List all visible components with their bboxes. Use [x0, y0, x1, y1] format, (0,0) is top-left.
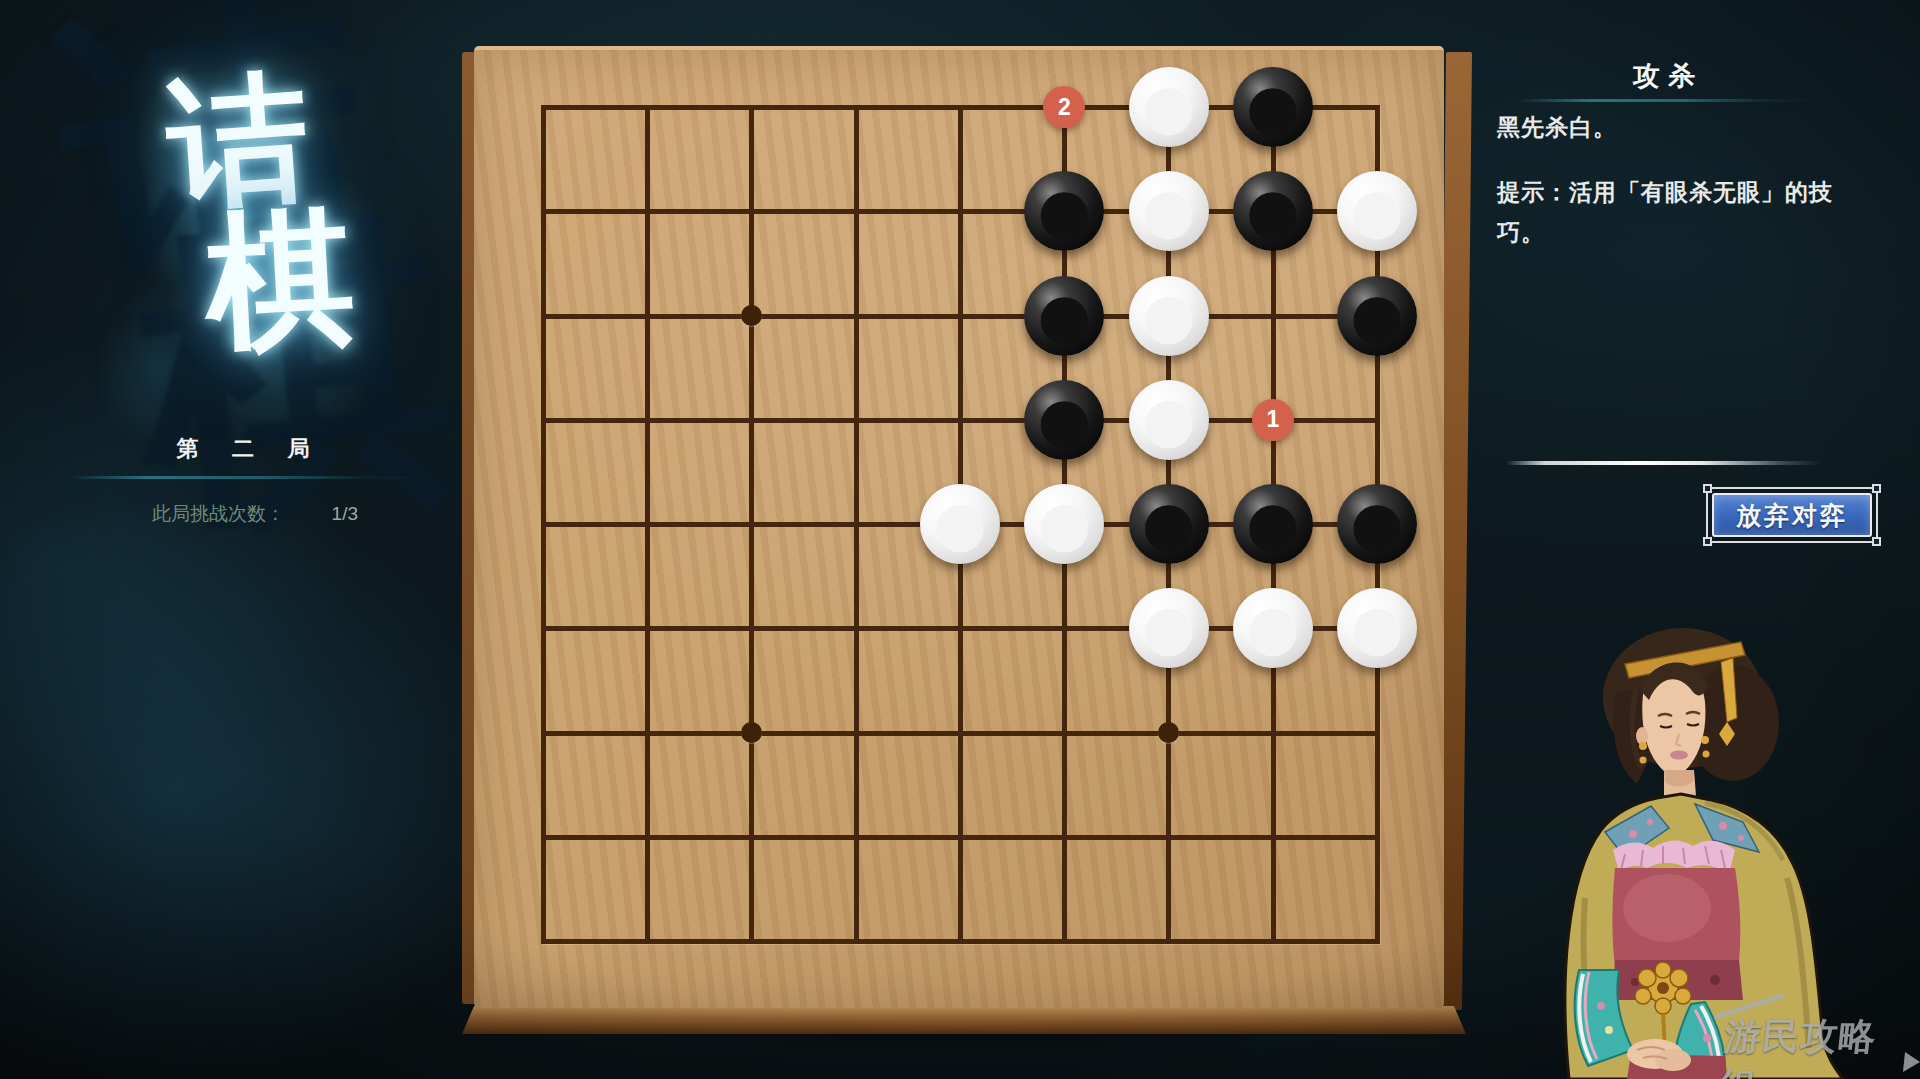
button-corner-ornament — [1872, 537, 1881, 546]
move-marker-2: 2 — [1012, 55, 1116, 159]
board-bottom-edge — [462, 1006, 1466, 1034]
button-corner-ornament — [1703, 537, 1712, 546]
watermark-arrow-icon — [1903, 1052, 1920, 1072]
star-point — [1117, 681, 1221, 785]
stone-white: ● — [1325, 159, 1429, 263]
calligraphy-title-char-bottom: 棋 — [201, 178, 359, 385]
stone-black: ● — [1221, 55, 1325, 159]
stone-black: ● — [1221, 159, 1325, 263]
puzzle-hint: 提示：活用「有眼杀无眼」的技巧。 — [1497, 172, 1855, 252]
stone-white: ● — [1221, 576, 1325, 680]
give-up-button-face: 放弃对弈 — [1712, 493, 1872, 537]
watermark: 游民攻略组 — [1717, 1012, 1920, 1079]
stone-black: ● — [1012, 368, 1116, 472]
attempts-label: 此局挑战次数： — [152, 501, 285, 527]
puzzle-type-title: 攻杀 — [1558, 58, 1778, 94]
attempts-row: 此局挑战次数： 1/3 — [152, 501, 358, 527]
stone-white: ● — [1117, 368, 1221, 472]
stone-black: ● — [1221, 472, 1325, 576]
stone-white: ● — [1012, 472, 1116, 576]
give-up-button[interactable]: 放弃对弈 — [1706, 487, 1878, 543]
attempts-value: 1/3 — [332, 503, 358, 525]
give-up-button-label: 放弃对弈 — [1736, 499, 1848, 532]
go-board-grid[interactable]: 2●●●●●●●●●●●1●●●●●●●● — [491, 55, 1429, 993]
game-scene: 诘 棋 诘 棋 第 二 局 此局挑战次数： 1/3 2●●●●●●●●●●●1●… — [0, 0, 1920, 1079]
puzzle-objective: 黑先杀白。 — [1497, 112, 1617, 143]
stone-black: ● — [1117, 472, 1221, 576]
stone-white: ● — [1117, 576, 1221, 680]
stone-black: ● — [1012, 159, 1116, 263]
stone-white: ● — [1117, 55, 1221, 159]
watermark-text: 游民攻略组 — [1717, 1012, 1906, 1079]
stone-white: ● — [908, 472, 1012, 576]
stone-white: ● — [1325, 576, 1429, 680]
star-point — [700, 264, 804, 368]
star-point — [700, 681, 804, 785]
stone-black: ● — [1325, 472, 1429, 576]
left-panel-divider — [68, 476, 434, 479]
stone-white: ● — [1117, 159, 1221, 263]
stone-white: ● — [1117, 264, 1221, 368]
button-corner-ornament — [1703, 484, 1712, 493]
button-section-divider — [1506, 461, 1822, 465]
stone-black: ● — [1012, 264, 1116, 368]
button-corner-ornament — [1872, 484, 1881, 493]
round-title: 第 二 局 — [90, 434, 410, 464]
move-marker-1: 1 — [1221, 368, 1325, 472]
stone-black: ● — [1325, 264, 1429, 368]
right-panel-divider — [1516, 99, 1816, 102]
